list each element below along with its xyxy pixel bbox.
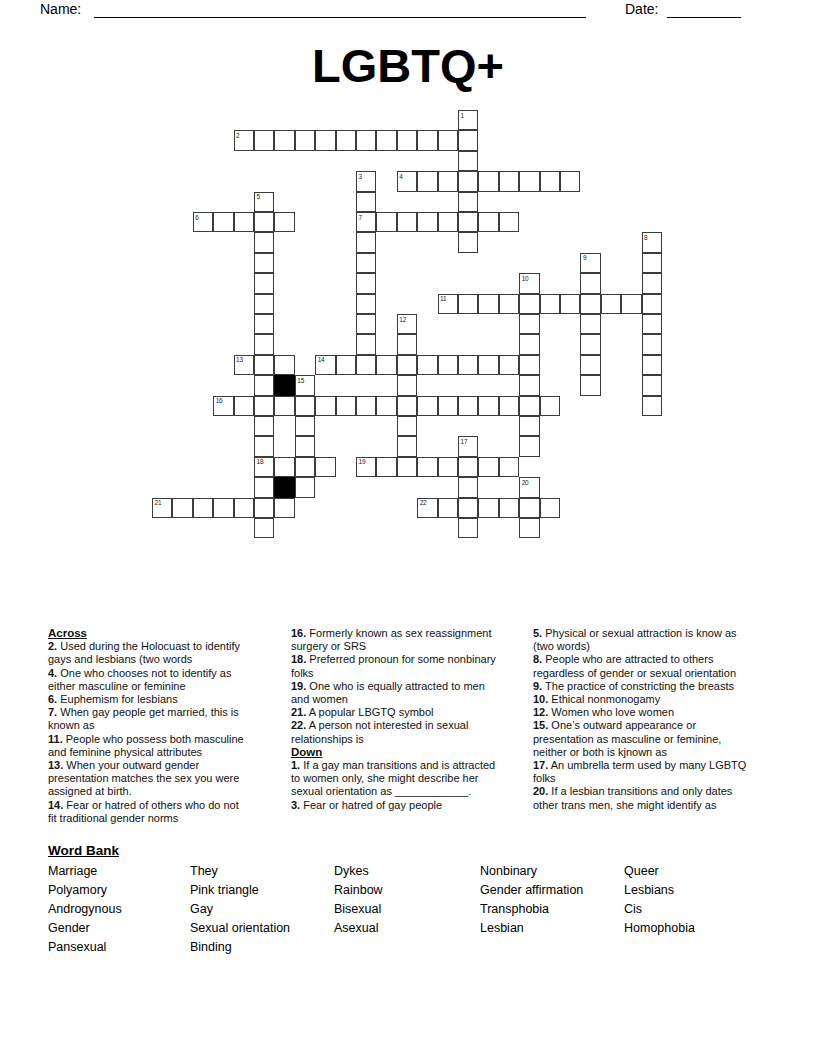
grid-cell-r5c10[interactable]: 7 [356, 212, 376, 232]
grid-cell-r14c16[interactable] [478, 396, 498, 416]
grid-cell-r13c21[interactable] [580, 375, 600, 395]
clue-across-2: 2. Used during the Holocuast to identify… [48, 640, 248, 666]
clue-down-3-number: 3. [291, 799, 300, 811]
clue-down-8-number: 8. [533, 653, 542, 665]
grid-cell-r9c20[interactable] [560, 294, 580, 314]
grid-cell-r12c8[interactable]: 14 [315, 355, 335, 375]
grid-cell-r18c15[interactable] [458, 477, 478, 497]
word-bank-item-transphobia: Transphobia [480, 900, 583, 919]
word-bank-item-binding: Binding [190, 938, 290, 957]
clue-number-20: 20 [522, 479, 529, 486]
grid-cell-r12c13[interactable] [417, 355, 437, 375]
grid-cell-r16c5[interactable] [254, 436, 274, 456]
grid-cell-r8c10[interactable] [356, 273, 376, 293]
clue-down-9-number: 9. [533, 680, 542, 692]
grid-cell-r14c11[interactable] [376, 396, 396, 416]
grid-cell-r15c7[interactable] [295, 416, 315, 436]
grid-cell-r14c12[interactable] [397, 396, 417, 416]
clue-across-11-number: 11. [48, 733, 63, 745]
word-bank-item-nonbinary: Nonbinary [480, 862, 583, 881]
grid-cell-r1c15[interactable] [458, 130, 478, 150]
word-bank-item-polyamory: Polyamory [48, 881, 122, 900]
grid-cell-r14c10[interactable] [356, 396, 376, 416]
clue-across-16-number: 16. [291, 627, 306, 639]
grid-cell-r14c3[interactable]: 16 [213, 396, 233, 416]
crossword-grid: 12345678910111213141516171819202122 [152, 110, 662, 539]
grid-cell-r12c6[interactable] [274, 355, 294, 375]
grid-cell-r2c15[interactable] [458, 151, 478, 171]
clue-number-9: 9 [583, 254, 586, 261]
word-bank-item-gender-affirmation: Gender affirmation [480, 881, 583, 900]
word-bank-column-4: NonbinaryGender affirmationTransphobiaLe… [480, 862, 583, 938]
word-bank-item-sexual-orientation: Sexual orientation [190, 919, 290, 938]
grid-cell-r19c4[interactable] [234, 498, 254, 518]
grid-cell-r19c3[interactable] [213, 498, 233, 518]
grid-cell-r14c19[interactable] [540, 396, 560, 416]
clue-across-22-number: 22. [291, 719, 306, 731]
grid-cell-r5c13[interactable] [417, 212, 437, 232]
clue-down-8: 8. People who are attracted to others re… [533, 653, 751, 679]
grid-cell-r3c16[interactable] [478, 171, 498, 191]
clue-across-13: 13. When your outward gender presentatio… [48, 759, 248, 799]
grid-cell-r14c18[interactable] [519, 396, 539, 416]
black-cell-r13c6 [274, 375, 294, 395]
grid-cell-r5c15[interactable] [458, 212, 478, 232]
grid-cell-r10c21[interactable] [580, 314, 600, 334]
word-bank-item-pink-triangle: Pink triangle [190, 881, 290, 900]
worksheet-page: Name: Date: LGBTQ+ 123456789101112131415… [0, 0, 816, 1056]
grid-cell-r17c13[interactable] [417, 457, 437, 477]
clue-across-19: 19. One who is equally attracted to men … [291, 680, 496, 706]
grid-cell-r15c5[interactable] [254, 416, 274, 436]
clue-down-1: 1. If a gay man transitions and is attra… [291, 759, 496, 799]
grid-cell-r11c12[interactable] [397, 334, 417, 354]
grid-cell-r9c21[interactable] [580, 294, 600, 314]
clue-across-4-number: 4. [48, 667, 57, 679]
grid-cell-r17c14[interactable] [438, 457, 458, 477]
grid-cell-r12c10[interactable] [356, 355, 376, 375]
clue-number-19: 19 [359, 458, 366, 465]
grid-cell-r1c13[interactable] [417, 130, 437, 150]
grid-cell-r10c10[interactable] [356, 314, 376, 334]
grid-cell-r1c11[interactable] [376, 130, 396, 150]
grid-cell-r17c8[interactable] [315, 457, 335, 477]
word-bank-item-they: They [190, 862, 290, 881]
grid-cell-r12c16[interactable] [478, 355, 498, 375]
grid-cell-r9c19[interactable] [540, 294, 560, 314]
clue-down-12: 12. Women who love women [533, 706, 751, 719]
grid-cell-r17c12[interactable] [397, 457, 417, 477]
grid-cell-r20c18[interactable] [519, 518, 539, 538]
grid-cell-r12c17[interactable] [499, 355, 519, 375]
grid-cell-r18c18[interactable]: 20 [519, 477, 539, 497]
clue-down-9: 9. The practice of constricting the brea… [533, 680, 751, 693]
grid-cell-r15c12[interactable] [397, 416, 417, 436]
clue-column-2: 16. Formerly known as sex reassignment s… [291, 627, 496, 812]
grid-cell-r9c16[interactable] [478, 294, 498, 314]
grid-cell-r20c5[interactable] [254, 518, 274, 538]
grid-cell-r20c15[interactable] [458, 518, 478, 538]
grid-cell-r19c19[interactable] [540, 498, 560, 518]
grid-cell-r5c4[interactable] [234, 212, 254, 232]
grid-cell-r12c18[interactable] [519, 355, 539, 375]
grid-cell-r3c19[interactable] [540, 171, 560, 191]
grid-cell-r19c15[interactable] [458, 498, 478, 518]
clue-number-7: 7 [359, 214, 362, 221]
grid-cell-r5c11[interactable] [376, 212, 396, 232]
grid-cell-r14c4[interactable] [234, 396, 254, 416]
clue-down-20-number: 20. [533, 785, 548, 797]
grid-cell-r6c5[interactable] [254, 232, 274, 252]
clue-across-18: 18. Preferred pronoun for some nonbinary… [291, 653, 496, 679]
grid-cell-r16c18[interactable] [519, 436, 539, 456]
grid-cell-r5c12[interactable] [397, 212, 417, 232]
grid-cell-r12c24[interactable] [642, 355, 662, 375]
grid-cell-r9c14[interactable]: 11 [438, 294, 458, 314]
grid-cell-r9c24[interactable] [642, 294, 662, 314]
clue-number-1: 1 [461, 112, 464, 119]
grid-cell-r5c14[interactable] [438, 212, 458, 232]
clue-down-15-number: 15. [533, 719, 548, 731]
clue-number-13: 13 [236, 356, 243, 363]
clue-down-3: 3. Fear or hatred of gay people [291, 799, 496, 812]
grid-cell-r1c8[interactable] [315, 130, 335, 150]
clue-across-7-number: 7. [48, 706, 57, 718]
grid-cell-r10c12[interactable]: 12 [397, 314, 417, 334]
word-bank-item-dykes: Dykes [334, 862, 383, 881]
clue-number-5: 5 [257, 193, 260, 200]
clue-across-14-number: 14. [48, 799, 63, 811]
clue-down-17: 17. An umbrella term used by many LGBTQ … [533, 759, 751, 785]
grid-cell-r19c5[interactable] [254, 498, 274, 518]
grid-cell-r17c16[interactable] [478, 457, 498, 477]
grid-cell-r14c6[interactable] [274, 396, 294, 416]
grid-cell-r1c4[interactable]: 2 [234, 130, 254, 150]
grid-cell-r7c24[interactable] [642, 253, 662, 273]
clue-column-3: 5. Physical or sexual attraction is know… [533, 627, 751, 812]
clue-across-14: 14. Fear or hatred of others who do not … [48, 799, 248, 825]
grid-cell-r1c6[interactable] [274, 130, 294, 150]
grid-cell-r9c23[interactable] [621, 294, 641, 314]
grid-cell-r11c10[interactable] [356, 334, 376, 354]
grid-cell-r11c18[interactable] [519, 334, 539, 354]
date-label: Date: [625, 1, 658, 18]
word-bank-column-5: QueerLesbiansCisHomophobia [624, 862, 695, 938]
clue-number-15: 15 [297, 377, 304, 384]
clue-across-6-number: 6. [48, 693, 57, 705]
grid-cell-r19c1[interactable] [172, 498, 192, 518]
grid-cell-r14c9[interactable] [336, 396, 356, 416]
word-bank-column-1: MarriagePolyamoryAndrogynousGenderPansex… [48, 862, 122, 957]
grid-cell-r19c2[interactable] [193, 498, 213, 518]
word-bank-item-pansexual: Pansexual [48, 938, 122, 957]
clue-number-10: 10 [522, 275, 529, 282]
grid-cell-r17c17[interactable] [499, 457, 519, 477]
clue-down-10: 10. Ethical nonmonogamy [533, 693, 751, 706]
grid-cell-r6c24[interactable]: 8 [642, 232, 662, 252]
grid-cell-r1c5[interactable] [254, 130, 274, 150]
grid-cell-r12c11[interactable] [376, 355, 396, 375]
grid-cell-r13c5[interactable] [254, 375, 274, 395]
clue-down-17-number: 17. [533, 759, 548, 771]
grid-cell-r6c15[interactable] [458, 232, 478, 252]
clue-column-1: Across2. Used during the Holocuast to id… [48, 627, 248, 825]
grid-cell-r9c5[interactable] [254, 294, 274, 314]
grid-cell-r11c21[interactable] [580, 334, 600, 354]
grid-cell-r13c12[interactable] [397, 375, 417, 395]
grid-cell-r3c17[interactable] [499, 171, 519, 191]
clue-down-5: 5. Physical or sexual attraction is know… [533, 627, 751, 653]
grid-cell-r5c2[interactable]: 6 [193, 212, 213, 232]
word-bank-item-asexual: Asexual [334, 919, 383, 938]
grid-cell-r14c13[interactable] [417, 396, 437, 416]
grid-cell-r5c17[interactable] [499, 212, 519, 232]
grid-cell-r13c18[interactable] [519, 375, 539, 395]
clue-across-16: 16. Formerly known as sex reassignment s… [291, 627, 496, 653]
word-bank-item-queer: Queer [624, 862, 695, 881]
clue-number-12: 12 [399, 316, 406, 323]
clue-across-21: 21. A popular LBGTQ symbol [291, 706, 496, 719]
word-bank-item-androgynous: Androgynous [48, 900, 122, 919]
grid-cell-r9c18[interactable] [519, 294, 539, 314]
grid-cell-r9c15[interactable] [458, 294, 478, 314]
grid-cell-r19c16[interactable] [478, 498, 498, 518]
grid-cell-r18c5[interactable] [254, 477, 274, 497]
name-label: Name: [40, 1, 81, 18]
clue-across-13-number: 13. [48, 759, 63, 771]
clue-number-8: 8 [644, 234, 647, 241]
grid-cell-r14c15[interactable] [458, 396, 478, 416]
grid-cell-r4c5[interactable]: 5 [254, 192, 274, 212]
grid-cell-r5c16[interactable] [478, 212, 498, 232]
grid-cell-r15c18[interactable] [519, 416, 539, 436]
grid-cell-r1c7[interactable] [295, 130, 315, 150]
grid-cell-r16c15[interactable]: 17 [458, 436, 478, 456]
grid-cell-r9c17[interactable] [499, 294, 519, 314]
grid-cell-r12c14[interactable] [438, 355, 458, 375]
grid-cell-r12c12[interactable] [397, 355, 417, 375]
grid-cell-r14c17[interactable] [499, 396, 519, 416]
word-bank-item-homophobia: Homophobia [624, 919, 695, 938]
clue-down-12-number: 12. [533, 706, 548, 718]
grid-cell-r10c18[interactable] [519, 314, 539, 334]
word-bank-column-3: DykesRainbowBisexualAsexual [334, 862, 383, 938]
grid-cell-r1c10[interactable] [356, 130, 376, 150]
grid-cell-r17c7[interactable] [295, 457, 315, 477]
word-bank-item-cis: Cis [624, 900, 695, 919]
clue-number-3: 3 [359, 173, 362, 180]
grid-cell-r6c10[interactable] [356, 232, 376, 252]
grid-cell-r14c24[interactable] [642, 396, 662, 416]
grid-cell-r8c5[interactable] [254, 273, 274, 293]
grid-cell-r17c10[interactable]: 19 [356, 457, 376, 477]
grid-cell-r13c7[interactable]: 15 [295, 375, 315, 395]
grid-cell-r12c9[interactable] [336, 355, 356, 375]
grid-cell-r4c15[interactable] [458, 192, 478, 212]
grid-cell-r19c13[interactable]: 22 [417, 498, 437, 518]
grid-cell-r17c15[interactable] [458, 457, 478, 477]
clue-across-18-number: 18. [291, 653, 306, 665]
grid-cell-r11c24[interactable] [642, 334, 662, 354]
grid-cell-r17c6[interactable] [274, 457, 294, 477]
grid-cell-r8c24[interactable] [642, 273, 662, 293]
grid-cell-r0c15[interactable]: 1 [458, 110, 478, 130]
clue-across-7: 7. When gay people get married, this is … [48, 706, 248, 732]
grid-cell-r3c14[interactable] [438, 171, 458, 191]
grid-cell-r5c3[interactable] [213, 212, 233, 232]
grid-cell-r10c24[interactable] [642, 314, 662, 334]
clue-across-4: 4. One who chooses not to identify as ei… [48, 667, 248, 693]
clue-down-20: 20. If a lesbian transitions and only da… [533, 785, 751, 811]
clue-down-5-number: 5. [533, 627, 542, 639]
grid-cell-r17c5[interactable]: 18 [254, 457, 274, 477]
word-bank-item-lesbians: Lesbians [624, 881, 695, 900]
grid-cell-r14c8[interactable] [315, 396, 335, 416]
grid-cell-r16c7[interactable] [295, 436, 315, 456]
clue-number-14: 14 [318, 356, 325, 363]
grid-cell-r3c20[interactable] [560, 171, 580, 191]
grid-cell-r3c10[interactable]: 3 [356, 171, 376, 191]
grid-cell-r5c6[interactable] [274, 212, 294, 232]
word-bank-item-lesbian: Lesbian [480, 919, 583, 938]
puzzle-title: LGBTQ+ [0, 38, 816, 94]
down-header: Down [291, 746, 496, 759]
grid-cell-r12c21[interactable] [580, 355, 600, 375]
grid-cell-r12c15[interactable] [458, 355, 478, 375]
grid-cell-r19c18[interactable] [519, 498, 539, 518]
grid-cell-r1c14[interactable] [438, 130, 458, 150]
word-bank-title: Word Bank [48, 843, 119, 858]
name-input-line[interactable] [94, 0, 586, 18]
grid-cell-r12c4[interactable]: 13 [234, 355, 254, 375]
clue-down-1-number: 1. [291, 759, 300, 771]
grid-cell-r9c22[interactable] [601, 294, 621, 314]
clue-number-21: 21 [155, 499, 162, 506]
grid-cell-r8c18[interactable]: 10 [519, 273, 539, 293]
clue-number-18: 18 [257, 458, 264, 465]
grid-cell-r19c17[interactable] [499, 498, 519, 518]
grid-cell-r17c11[interactable] [376, 457, 396, 477]
word-bank-column-2: TheyPink triangleGaySexual orientationBi… [190, 862, 290, 957]
date-input-line[interactable] [667, 0, 741, 18]
clue-across-21-number: 21. [291, 706, 306, 718]
clue-number-11: 11 [440, 295, 446, 302]
grid-cell-r11c5[interactable] [254, 334, 274, 354]
grid-cell-r3c18[interactable] [519, 171, 539, 191]
clue-down-10-number: 10. [533, 693, 548, 705]
clue-across-2-number: 2. [48, 640, 57, 652]
grid-cell-r7c21[interactable]: 9 [580, 253, 600, 273]
grid-cell-r1c9[interactable] [336, 130, 356, 150]
clue-across-11: 11. People who possess both masculine an… [48, 733, 248, 759]
grid-cell-r19c14[interactable] [438, 498, 458, 518]
word-bank-item-rainbow: Rainbow [334, 881, 383, 900]
black-cell-r18c6 [274, 477, 294, 497]
grid-cell-r18c7[interactable] [295, 477, 315, 497]
clue-across-22: 22. A person not interested in sexual re… [291, 719, 496, 745]
clue-down-15: 15. One’s outward appearance or presenta… [533, 719, 751, 759]
grid-cell-r8c21[interactable] [580, 273, 600, 293]
across-header: Across [48, 627, 248, 640]
clue-across-19-number: 19. [291, 680, 306, 692]
grid-cell-r14c14[interactable] [438, 396, 458, 416]
clue-across-6: 6. Euphemism for lesbians [48, 693, 248, 706]
grid-cell-r14c7[interactable] [295, 396, 315, 416]
grid-cell-r7c10[interactable] [356, 253, 376, 273]
word-bank-item-gay: Gay [190, 900, 290, 919]
grid-cell-r19c6[interactable] [274, 498, 294, 518]
clue-number-16: 16 [216, 397, 223, 404]
grid-cell-r9c10[interactable] [356, 294, 376, 314]
grid-cell-r16c12[interactable] [397, 436, 417, 456]
grid-cell-r10c5[interactable] [254, 314, 274, 334]
grid-cell-r3c13[interactable] [417, 171, 437, 191]
grid-cell-r13c24[interactable] [642, 375, 662, 395]
clue-number-6: 6 [195, 214, 198, 221]
clue-number-22: 22 [420, 499, 427, 506]
word-bank-item-gender: Gender [48, 919, 122, 938]
grid-cell-r1c12[interactable] [397, 130, 417, 150]
grid-cell-r7c5[interactable] [254, 253, 274, 273]
clue-number-17: 17 [461, 438, 468, 445]
grid-cell-r3c12[interactable]: 4 [397, 171, 417, 191]
grid-cell-r14c5[interactable] [254, 396, 274, 416]
word-bank-item-marriage: Marriage [48, 862, 122, 881]
grid-cell-r4c10[interactable] [356, 192, 376, 212]
clue-number-4: 4 [399, 173, 402, 180]
grid-cell-r3c15[interactable] [458, 171, 478, 191]
grid-cell-r12c5[interactable] [254, 355, 274, 375]
grid-cell-r5c5[interactable] [254, 212, 274, 232]
clue-number-2: 2 [236, 132, 239, 139]
grid-cell-r19c0[interactable]: 21 [152, 498, 172, 518]
word-bank-item-bisexual: Bisexual [334, 900, 383, 919]
